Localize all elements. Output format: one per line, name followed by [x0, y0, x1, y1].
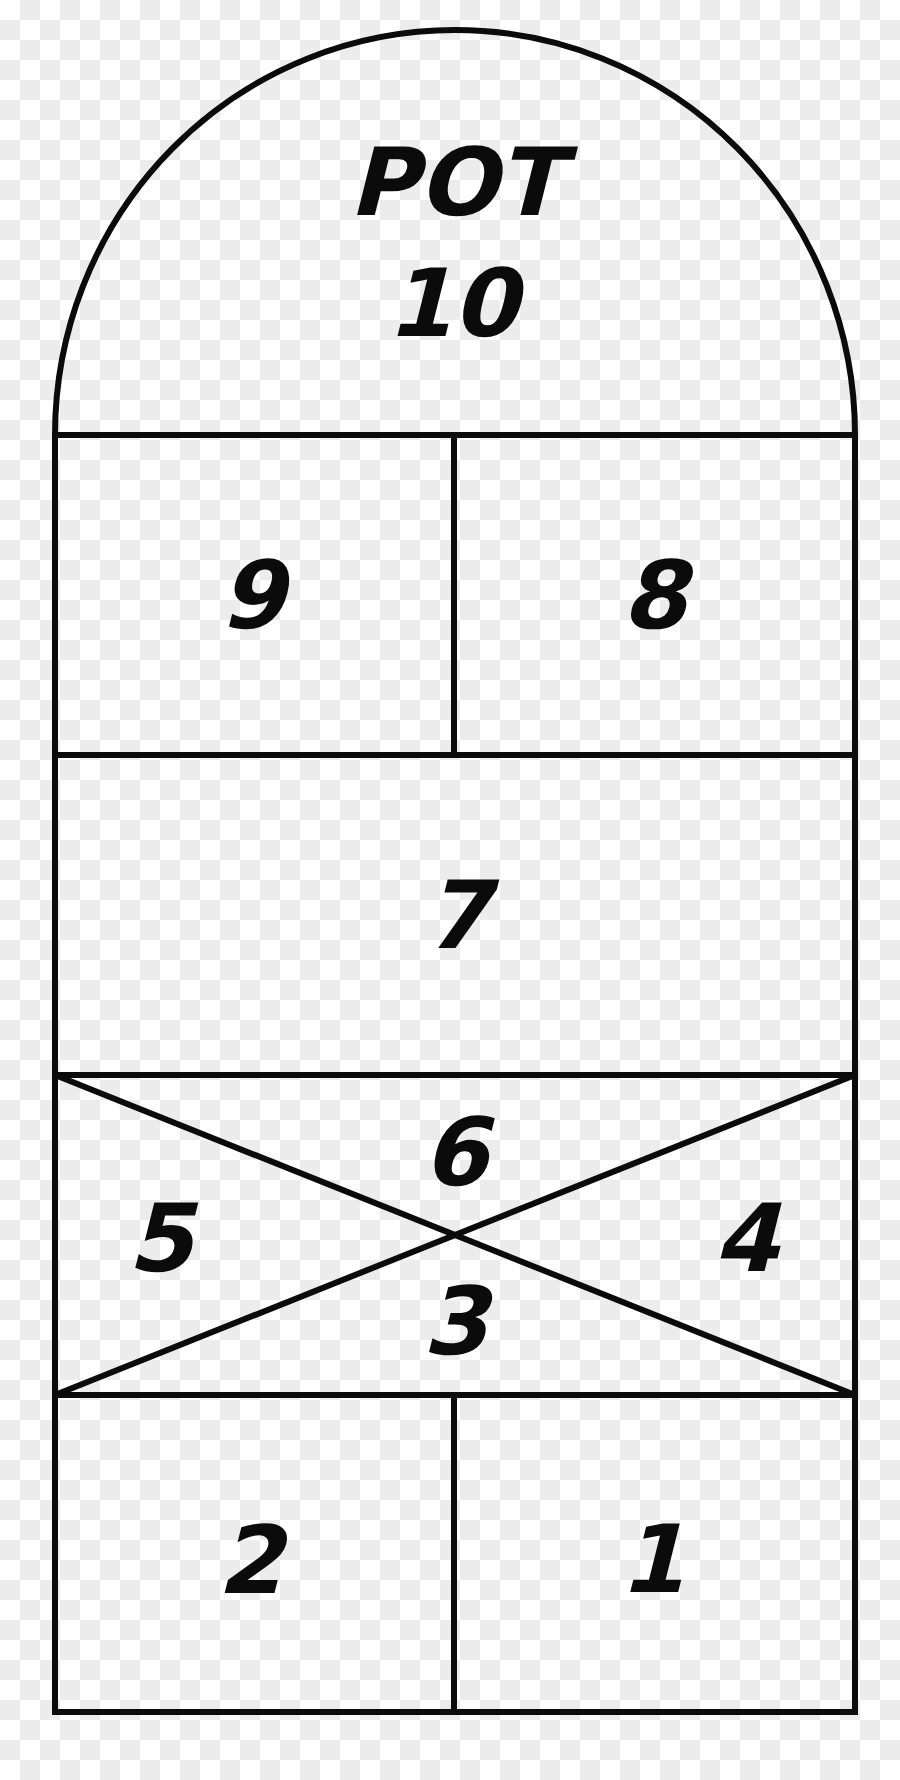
- cell-label-9: 9: [219, 549, 284, 643]
- cell-label-2: 2: [217, 1514, 282, 1608]
- cell-label-7: 7: [424, 869, 489, 963]
- cell-label-1: 1: [619, 1513, 684, 1607]
- cell-label-6: 6: [422, 1106, 487, 1200]
- transparency-checkerboard-background: POT 10 9 8 7 6 5 4 3 2 1: [0, 0, 900, 1780]
- hopscotch-court: POT 10 9 8 7 6 5 4 3 2 1: [0, 0, 900, 1780]
- cell-label-3: 3: [422, 1275, 487, 1369]
- cell-label-5: 5: [127, 1192, 192, 1286]
- cell-label-10: 10: [387, 257, 518, 351]
- cell-label-8: 8: [621, 549, 686, 643]
- cell-label-4: 4: [713, 1192, 778, 1286]
- cell-label-pot: POT: [349, 136, 562, 230]
